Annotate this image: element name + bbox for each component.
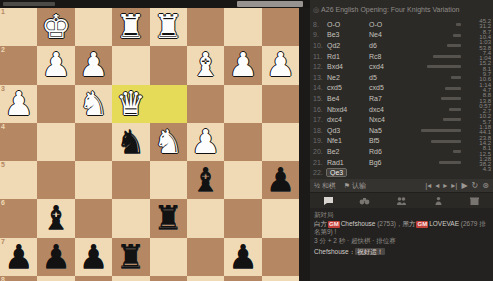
white-player-name[interactable]: Chefshouse: [341, 220, 376, 227]
move-nav: |◂◂▸▸|▶↻⊛: [425, 181, 489, 190]
resign-button[interactable]: ⚑ 认输: [344, 181, 366, 191]
move-row: 8.O-OO-O45.231.2: [313, 19, 493, 30]
move-row: 10.Qd2d61:0353.8: [313, 40, 493, 51]
board-square[interactable]: 8: [0, 276, 37, 281]
white-knight-d4[interactable]: ♞: [150, 123, 187, 161]
last-move-button[interactable]: ▸|: [451, 181, 457, 190]
board-square[interactable]: 2: [0, 46, 37, 84]
black-bishop-g6[interactable]: ♝: [37, 199, 74, 237]
move-row: 19.Nfe1Bf523.814.2: [313, 136, 493, 147]
black-pawn-f7[interactable]: ♟: [75, 238, 112, 276]
board-square[interactable]: ♜: [112, 8, 149, 46]
board-square[interactable]: [224, 199, 261, 237]
titlebar-text-smudge: [3, 2, 55, 6]
chat-message-user[interactable]: Chefshouse：: [314, 248, 355, 255]
white-player-rating: (2753)，: [377, 220, 402, 227]
board-square[interactable]: [75, 8, 112, 46]
move-number: 20.: [313, 148, 327, 155]
titlebar-button[interactable]: [237, 1, 303, 7]
opening-book-icon: ◎: [313, 6, 319, 13]
board-square[interactable]: [224, 161, 261, 199]
board-square[interactable]: [262, 238, 299, 276]
white-pawn-c4[interactable]: ♟: [187, 123, 224, 161]
move-number: 14.: [313, 84, 327, 91]
prev-move-button[interactable]: ◂: [435, 181, 439, 190]
binoculars-icon: [359, 196, 370, 206]
white-knight-f3[interactable]: ♞: [75, 85, 112, 123]
chat-area: 新对局 白方GMChefshouse (2753)，黑方GMLOVEVAE (2…: [310, 208, 493, 281]
white-move[interactable]: Be4: [327, 95, 369, 102]
black-rook-d6[interactable]: ♜: [150, 199, 187, 237]
move-time-bar: [449, 108, 461, 111]
resign-label: 认输: [352, 182, 366, 189]
board-square[interactable]: [75, 276, 112, 281]
move-times: 4.3: [463, 167, 491, 172]
board-square[interactable]: ♟: [75, 46, 112, 84]
move-time-bar: [456, 23, 461, 26]
black-move[interactable]: cxd5: [369, 84, 417, 91]
board-square[interactable]: ♝: [187, 46, 224, 84]
opening-name: A26 English Opening: Four Knights Variat…: [321, 6, 459, 13]
move-time-bar: [453, 34, 461, 37]
white-pawn-a2[interactable]: ♟: [262, 46, 299, 84]
black-pawn-g7[interactable]: ♟: [37, 238, 74, 276]
next-move-button[interactable]: ▸: [443, 181, 447, 190]
move-number: 9.: [313, 31, 327, 38]
white-move[interactable]: Be3: [327, 31, 369, 38]
black-move[interactable]: Na5: [369, 127, 417, 134]
move-time-bar: [453, 150, 461, 153]
board-square[interactable]: [262, 123, 299, 161]
white-move[interactable]: Ne2: [327, 74, 369, 81]
black-bishop-c5[interactable]: ♝: [187, 161, 224, 199]
board-square[interactable]: 4: [0, 123, 37, 161]
move-row: 15.Be4Ra78.813.8: [313, 93, 493, 104]
black-move[interactable]: dxc4: [369, 106, 417, 113]
move-number: 13.: [313, 74, 327, 81]
board-square[interactable]: [224, 8, 261, 46]
board-square[interactable]: [75, 161, 112, 199]
app-window: 1♚♜♜2♟♟♝♟♟3♟♞♛4♞♞♟5♝♟6♝♜7♟♟♟♜♟8♚♛ ◎A26 E…: [0, 0, 493, 281]
board-square[interactable]: ♛: [150, 276, 187, 281]
board-square[interactable]: ♟: [262, 161, 299, 199]
move-row: 12.Bxd4cxd415.28.1: [313, 61, 493, 72]
move-time-bar: [447, 44, 461, 47]
board-square[interactable]: [262, 199, 299, 237]
black-label: 黑方: [402, 220, 415, 227]
move-row: 22.Qe34.3: [313, 167, 493, 178]
people-icon: [396, 196, 407, 206]
board-square[interactable]: [75, 199, 112, 237]
analysis-panel: ◎A26 English Opening: Four Knights Varia…: [310, 0, 493, 281]
white-move[interactable]: cxd5: [327, 84, 369, 91]
board-square[interactable]: ♜: [150, 199, 187, 237]
rank-label: 5: [1, 161, 5, 169]
move-time-bar: [441, 97, 461, 100]
white-rook-e1[interactable]: ♜: [112, 8, 149, 46]
board-square[interactable]: [187, 199, 224, 237]
move-number: 8.: [313, 21, 327, 28]
black-knight-e4[interactable]: ♞: [112, 123, 149, 161]
board-square[interactable]: ♞: [75, 85, 112, 123]
move-number: 11.: [313, 53, 327, 60]
board-square[interactable]: ♞: [150, 123, 187, 161]
board-pane: 1♚♜♜2♟♟♝♟♟3♟♞♛4♞♞♟5♝♟6♝♜7♟♟♟♜♟8♚♛: [0, 0, 310, 281]
black-move[interactable]: d6: [369, 42, 417, 49]
board-square[interactable]: ♚: [37, 276, 74, 281]
white-move[interactable]: Qe3: [327, 169, 346, 176]
rank-label: 1: [1, 8, 5, 16]
board-square[interactable]: [187, 85, 224, 123]
black-move[interactable]: Ne4: [369, 31, 417, 38]
flag-icon: ⚑: [344, 182, 350, 189]
move-number: 12.: [313, 63, 327, 70]
white-rook-d1[interactable]: ♜: [150, 8, 187, 46]
move-row: 9.Be3Ne48.710.4: [313, 30, 493, 41]
board-square[interactable]: [187, 276, 224, 281]
move-row: 14.cxd5cxd51:144.7: [313, 83, 493, 94]
board-square[interactable]: ♟: [224, 46, 261, 84]
board-square[interactable]: ♜: [112, 238, 149, 276]
move-time-bar: [445, 87, 461, 90]
move-row: 20.Be2Rd68.112.5: [313, 146, 493, 157]
tab-players[interactable]: [389, 194, 413, 207]
move-row: 18.Qd3Na51:1844.1: [313, 125, 493, 136]
action-bar: ½ 和棋 ⚑ 认输 |◂◂▸▸|▶↻⊛: [310, 179, 493, 192]
black-move[interactable]: cxd4: [369, 63, 417, 70]
chat-message-text: 祝好运！: [355, 248, 385, 255]
board-square[interactable]: [224, 85, 261, 123]
players-line: 白方GMChefshouse (2753)，黑方GMLOVEVAE (2679 …: [314, 220, 489, 236]
move-row: 17.dxc4Nxc410.25.7: [313, 114, 493, 125]
chat-bubble-icon: [323, 196, 334, 206]
move-number: 17.: [313, 116, 327, 123]
rank-label: 6: [1, 199, 5, 207]
tab-chat[interactable]: [316, 194, 340, 207]
game-info-line: 3 分 + 2 秒 · 超快棋 · 排位赛: [314, 237, 489, 245]
black-move[interactable]: Ra7: [369, 95, 417, 102]
move-time-bar: [433, 55, 461, 58]
move-number: 19.: [313, 137, 327, 144]
board-square[interactable]: ♞: [112, 123, 149, 161]
board-square[interactable]: ♚: [37, 8, 74, 46]
black-move[interactable]: O-O: [369, 21, 417, 28]
board-square[interactable]: [262, 85, 299, 123]
board-square[interactable]: [37, 123, 74, 161]
board-square[interactable]: ♟: [37, 46, 74, 84]
black-pawn-a5[interactable]: ♟: [262, 161, 299, 199]
move-number: 22.: [313, 169, 327, 176]
black-queen-d8[interactable]: ♛: [150, 276, 187, 281]
board-square[interactable]: [262, 276, 299, 281]
board-square[interactable]: ♟: [75, 238, 112, 276]
white-queen-e3[interactable]: ♛: [112, 85, 149, 123]
move-time-bar: [451, 76, 461, 79]
black-gm-badge: GM: [416, 221, 428, 228]
board-square[interactable]: [224, 123, 261, 161]
move-row: 13.Ne2d59.710.6: [313, 72, 493, 83]
board-square[interactable]: 3♟: [0, 85, 37, 123]
crowd-icon: [433, 196, 444, 206]
board-square[interactable]: [112, 276, 149, 281]
black-move[interactable]: Rc8: [369, 53, 417, 60]
board-square[interactable]: [112, 46, 149, 84]
black-pawn-b7[interactable]: ♟: [224, 238, 261, 276]
board-square[interactable]: ♝: [187, 161, 224, 199]
panel-tabs: [310, 192, 493, 208]
board-square[interactable]: 7♟: [0, 238, 37, 276]
rank-label: 2: [1, 46, 5, 54]
move-time-bar: [427, 65, 461, 68]
flip-board-button[interactable]: ↻: [472, 181, 479, 190]
move-time-bar: [443, 118, 461, 121]
white-move[interactable]: Rd1: [327, 53, 369, 60]
board-square[interactable]: ♟: [262, 46, 299, 84]
board-square[interactable]: [187, 238, 224, 276]
board-square[interactable]: ♟: [37, 238, 74, 276]
opening-header: ◎A26 English Opening: Four Knights Varia…: [313, 6, 490, 16]
move-list: 8.O-OO-O45.231.29.Be3Ne48.710.410.Qd2d61…: [313, 19, 493, 178]
white-pawn-b2[interactable]: ♟: [224, 46, 261, 84]
box-icon: [469, 196, 480, 206]
white-move[interactable]: Qd3: [327, 127, 369, 134]
move-number: 15.: [313, 95, 327, 102]
tab-box[interactable]: [463, 194, 487, 207]
board-square[interactable]: ♝: [37, 199, 74, 237]
chat-system-line: 新对局: [314, 211, 489, 219]
move-number: 21.: [313, 159, 327, 166]
white-move[interactable]: Bxd4: [327, 63, 369, 70]
autoplay-button[interactable]: ▶: [461, 181, 467, 190]
white-move[interactable]: Nbxd4: [327, 106, 369, 113]
move-row: 11.Rd1Rc87.41:04: [313, 51, 493, 62]
white-move[interactable]: Qd2: [327, 42, 369, 49]
board-square[interactable]: ♜: [150, 8, 187, 46]
white-move[interactable]: Be2: [327, 148, 369, 155]
board-square[interactable]: [112, 199, 149, 237]
first-move-button[interactable]: |◂: [425, 181, 431, 190]
chess-board: 1♚♜♜2♟♟♝♟♟3♟♞♛4♞♞♟5♝♟6♝♜7♟♟♟♜♟8♚♛: [0, 8, 299, 281]
draw-label: 和棋: [322, 182, 336, 189]
board-square[interactable]: [187, 8, 224, 46]
white-gm-badge: GM: [328, 221, 340, 228]
white-pawn-h3[interactable]: ♟: [0, 85, 37, 123]
tab-spectators[interactable]: [353, 194, 377, 207]
board-square[interactable]: 5: [0, 161, 37, 199]
board-square[interactable]: [262, 8, 299, 46]
black-rook-e7[interactable]: ♜: [112, 238, 149, 276]
white-move[interactable]: dxc4: [327, 116, 369, 123]
chat-message: Chefshouse：祝好运！: [314, 248, 489, 256]
black-move[interactable]: Bg6: [369, 159, 417, 166]
rank-label: 4: [1, 123, 5, 131]
white-move[interactable]: Rad1: [327, 159, 369, 166]
move-time-bar: [421, 129, 461, 132]
move-number: 16.: [313, 106, 327, 113]
black-move[interactable]: Rd6: [369, 148, 417, 155]
white-label: 白方: [314, 220, 327, 227]
move-time-bar: [439, 161, 461, 164]
move-time-bar: [431, 140, 461, 143]
board-square[interactable]: [75, 123, 112, 161]
black-move[interactable]: Bf5: [369, 137, 417, 144]
white-pawn-f2[interactable]: ♟: [75, 46, 112, 84]
black-pawn-h7[interactable]: ♟: [0, 238, 37, 276]
move-number: 18.: [313, 127, 327, 134]
black-move[interactable]: Nxc4: [369, 116, 417, 123]
board-square[interactable]: ♟: [187, 123, 224, 161]
offer-draw-button[interactable]: ½ 和棋: [314, 181, 336, 191]
black-move[interactable]: d5: [369, 74, 417, 81]
board-square[interactable]: [150, 161, 187, 199]
rank-label: 8: [1, 276, 5, 281]
board-square[interactable]: 6: [0, 199, 37, 237]
half-point-icon: ½: [314, 182, 320, 189]
menu-button[interactable]: ⊛: [482, 181, 489, 190]
board-square[interactable]: [150, 46, 187, 84]
board-square[interactable]: [37, 85, 74, 123]
board-square[interactable]: [37, 161, 74, 199]
white-pawn-g2[interactable]: ♟: [37, 46, 74, 84]
black-king-g8[interactable]: ♚: [37, 276, 74, 281]
move-number: 10.: [313, 42, 327, 49]
white-move[interactable]: O-O: [327, 21, 369, 28]
tab-crowd[interactable]: [426, 194, 450, 207]
board-square[interactable]: [150, 85, 187, 123]
board-square[interactable]: [150, 238, 187, 276]
white-bishop-c2[interactable]: ♝: [187, 46, 224, 84]
move-row: 21.Rad1Bg61:2838.2: [313, 157, 493, 168]
board-square[interactable]: [112, 161, 149, 199]
white-king-g1[interactable]: ♚: [37, 8, 74, 46]
white-move[interactable]: Nfe1: [327, 137, 369, 144]
black-player-name[interactable]: LOVEVAE: [429, 220, 459, 227]
board-square[interactable]: ♟: [224, 238, 261, 276]
board-square[interactable]: [224, 276, 261, 281]
board-square[interactable]: 1: [0, 8, 37, 46]
move-row: 16.Nbxd4dxc40:572.7: [313, 104, 493, 115]
board-square[interactable]: ♛: [112, 85, 149, 123]
